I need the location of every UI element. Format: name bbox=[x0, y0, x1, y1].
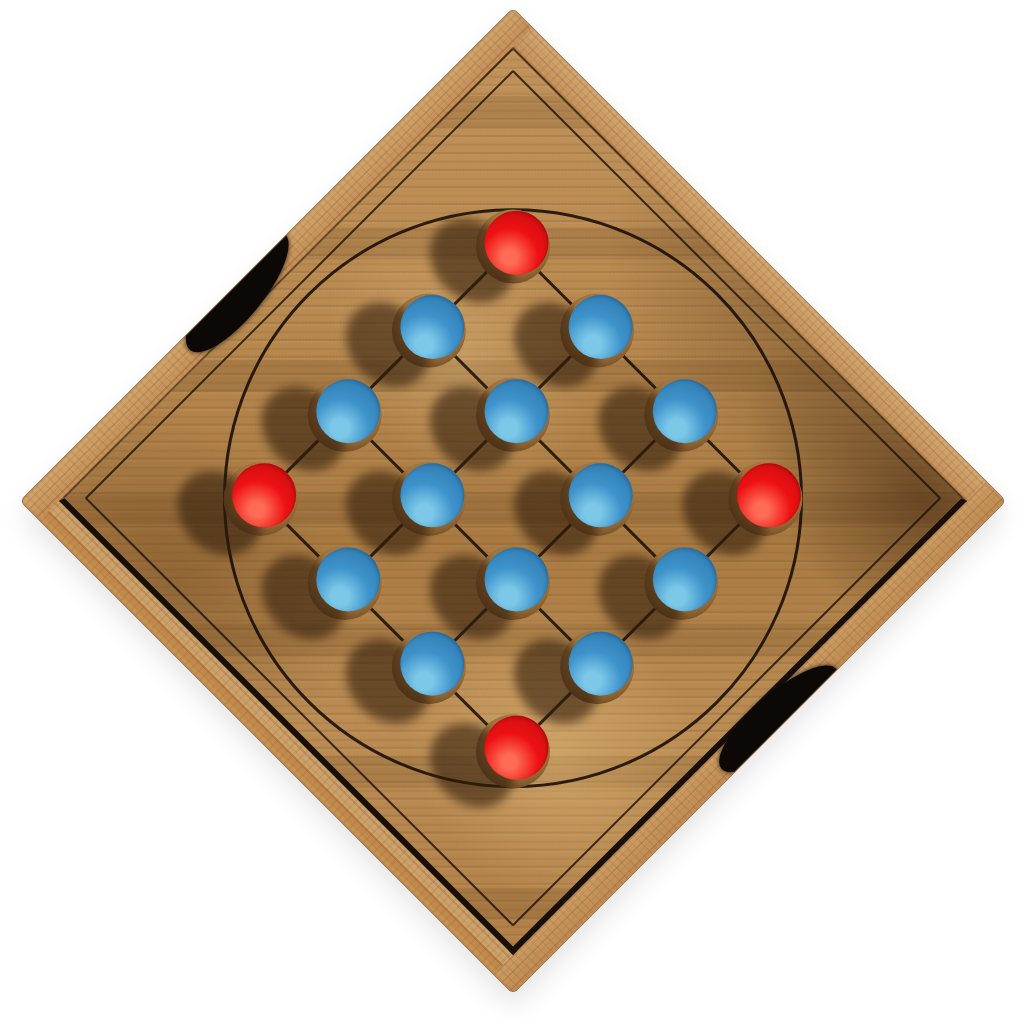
board-face bbox=[59, 47, 967, 955]
game-board bbox=[19, 7, 1006, 994]
